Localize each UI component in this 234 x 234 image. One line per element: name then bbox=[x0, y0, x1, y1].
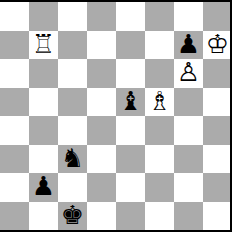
square-b8[interactable] bbox=[29, 2, 58, 31]
square-h7[interactable]: ♔ bbox=[203, 31, 232, 60]
square-a8[interactable] bbox=[0, 2, 29, 31]
square-d6[interactable] bbox=[87, 59, 116, 88]
piece-white-rook[interactable]: ♖ bbox=[32, 31, 55, 57]
square-c1[interactable]: ♚ bbox=[58, 202, 87, 231]
square-h3[interactable] bbox=[203, 145, 232, 174]
square-f8[interactable] bbox=[145, 2, 174, 31]
square-c4[interactable] bbox=[58, 116, 87, 145]
square-f6[interactable] bbox=[145, 59, 174, 88]
square-e2[interactable] bbox=[116, 173, 145, 202]
square-f3[interactable] bbox=[145, 145, 174, 174]
square-e1[interactable] bbox=[116, 202, 145, 231]
square-f4[interactable] bbox=[145, 116, 174, 145]
piece-white-bishop[interactable]: ♗ bbox=[148, 88, 171, 114]
square-e6[interactable] bbox=[116, 59, 145, 88]
board-frame-right bbox=[230, 0, 232, 232]
square-a6[interactable] bbox=[0, 59, 29, 88]
square-e4[interactable] bbox=[116, 116, 145, 145]
square-b5[interactable] bbox=[29, 88, 58, 117]
square-a5[interactable] bbox=[0, 88, 29, 117]
square-g1[interactable] bbox=[174, 202, 203, 231]
square-b4[interactable] bbox=[29, 116, 58, 145]
piece-white-king[interactable]: ♔ bbox=[206, 31, 229, 57]
square-g4[interactable] bbox=[174, 116, 203, 145]
square-a7[interactable] bbox=[0, 31, 29, 60]
chess-board: ♖♟♔♙♝♗♞♟♚ bbox=[0, 2, 232, 230]
square-g5[interactable] bbox=[174, 88, 203, 117]
square-b2[interactable]: ♟ bbox=[29, 173, 58, 202]
square-f7[interactable] bbox=[145, 31, 174, 60]
square-e7[interactable] bbox=[116, 31, 145, 60]
square-d4[interactable] bbox=[87, 116, 116, 145]
square-h1[interactable] bbox=[203, 202, 232, 231]
square-a3[interactable] bbox=[0, 145, 29, 174]
square-c3[interactable]: ♞ bbox=[58, 145, 87, 174]
square-c5[interactable] bbox=[58, 88, 87, 117]
piece-black-pawn[interactable]: ♟ bbox=[32, 173, 55, 199]
square-e8[interactable] bbox=[116, 2, 145, 31]
square-d3[interactable] bbox=[87, 145, 116, 174]
piece-black-bishop[interactable]: ♝ bbox=[119, 88, 142, 114]
square-e3[interactable] bbox=[116, 145, 145, 174]
square-d5[interactable] bbox=[87, 88, 116, 117]
square-b1[interactable] bbox=[29, 202, 58, 231]
piece-black-pawn[interactable]: ♟ bbox=[177, 31, 200, 57]
square-c8[interactable] bbox=[58, 2, 87, 31]
square-e5[interactable]: ♝ bbox=[116, 88, 145, 117]
square-b7[interactable]: ♖ bbox=[29, 31, 58, 60]
square-d7[interactable] bbox=[87, 31, 116, 60]
square-c7[interactable] bbox=[58, 31, 87, 60]
square-c6[interactable] bbox=[58, 59, 87, 88]
square-h5[interactable] bbox=[203, 88, 232, 117]
piece-black-knight[interactable]: ♞ bbox=[61, 145, 84, 171]
square-g3[interactable] bbox=[174, 145, 203, 174]
square-d2[interactable] bbox=[87, 173, 116, 202]
square-g6[interactable]: ♙ bbox=[174, 59, 203, 88]
piece-white-pawn[interactable]: ♙ bbox=[177, 59, 200, 85]
square-a1[interactable] bbox=[0, 202, 29, 231]
square-g8[interactable] bbox=[174, 2, 203, 31]
square-b3[interactable] bbox=[29, 145, 58, 174]
square-a2[interactable] bbox=[0, 173, 29, 202]
square-h2[interactable] bbox=[203, 173, 232, 202]
square-c2[interactable] bbox=[58, 173, 87, 202]
square-d8[interactable] bbox=[87, 2, 116, 31]
chess-diagram: ♖♟♔♙♝♗♞♟♚ bbox=[0, 0, 234, 234]
square-f2[interactable] bbox=[145, 173, 174, 202]
square-g2[interactable] bbox=[174, 173, 203, 202]
piece-black-king[interactable]: ♚ bbox=[61, 202, 84, 228]
square-a4[interactable] bbox=[0, 116, 29, 145]
square-h4[interactable] bbox=[203, 116, 232, 145]
square-d1[interactable] bbox=[87, 202, 116, 231]
square-f1[interactable] bbox=[145, 202, 174, 231]
board-frame-bottom bbox=[0, 230, 232, 232]
square-h6[interactable] bbox=[203, 59, 232, 88]
square-g7[interactable]: ♟ bbox=[174, 31, 203, 60]
board-frame-top bbox=[0, 0, 232, 2]
square-f5[interactable]: ♗ bbox=[145, 88, 174, 117]
square-b6[interactable] bbox=[29, 59, 58, 88]
square-h8[interactable] bbox=[203, 2, 232, 31]
